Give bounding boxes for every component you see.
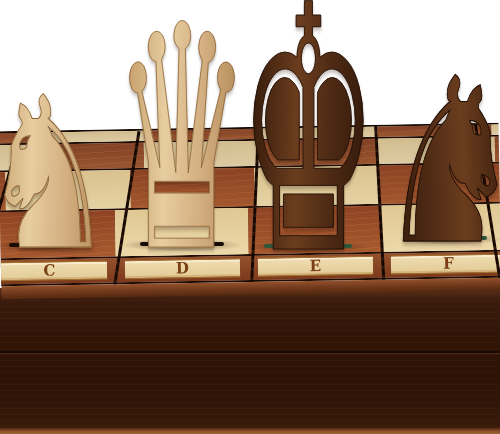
box-fold-seam bbox=[0, 351, 500, 353]
black-knight-glyph: ♞ bbox=[376, 48, 500, 276]
piece-black-knight-f1[interactable]: ♞ bbox=[250, 48, 500, 276]
chess-set-photo: CDEF ♞ ♛ ♚ ♞ bbox=[0, 0, 500, 434]
box-bottom-edge bbox=[0, 428, 500, 434]
